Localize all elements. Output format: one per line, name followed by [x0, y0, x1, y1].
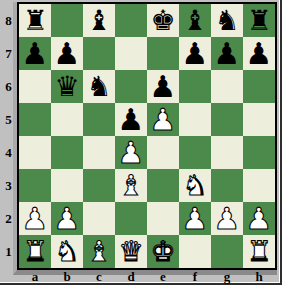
square-e4[interactable] [147, 136, 179, 169]
square-g1[interactable] [211, 235, 243, 268]
file-label-g: g [211, 269, 243, 284]
square-e7[interactable] [147, 37, 179, 70]
white-king[interactable]: ♚ [150, 235, 175, 268]
square-f8[interactable]: ♝ [179, 4, 211, 37]
square-b4[interactable] [51, 136, 83, 169]
white-rook[interactable]: ♜ [22, 235, 47, 268]
white-bishop[interactable]: ♝ [86, 235, 111, 268]
square-b8[interactable] [51, 4, 83, 37]
square-f5[interactable] [179, 103, 211, 136]
square-f7[interactable]: ♟ [179, 37, 211, 70]
square-b1[interactable]: ♞ [51, 235, 83, 268]
square-d7[interactable] [115, 37, 147, 70]
square-g3[interactable] [211, 169, 243, 202]
black-bishop[interactable]: ♝ [86, 4, 111, 37]
square-e3[interactable] [147, 169, 179, 202]
square-h5[interactable] [243, 103, 275, 136]
square-h2[interactable]: ♟ [243, 202, 275, 235]
file-label-b: b [51, 269, 83, 284]
square-b6[interactable]: ♛ [51, 70, 83, 103]
square-a2[interactable]: ♟ [19, 202, 51, 235]
square-c8[interactable]: ♝ [83, 4, 115, 37]
square-b5[interactable] [51, 103, 83, 136]
square-g5[interactable] [211, 103, 243, 136]
file-label-c: c [83, 269, 115, 284]
square-c7[interactable] [83, 37, 115, 70]
square-g4[interactable] [211, 136, 243, 169]
file-labels: a b c d e f g h [19, 269, 275, 284]
file-label-d: d [115, 269, 147, 284]
square-d4[interactable]: ♟ [115, 136, 147, 169]
black-rook[interactable]: ♜ [22, 4, 47, 37]
square-e8[interactable]: ♚ [147, 4, 179, 37]
square-e6[interactable]: ♟ [147, 70, 179, 103]
square-a1[interactable]: ♜ [19, 235, 51, 268]
file-label-e: e [147, 269, 179, 284]
black-pawn[interactable]: ♟ [182, 37, 209, 70]
square-f2[interactable]: ♟ [179, 202, 211, 235]
file-label-f: f [179, 269, 211, 284]
black-knight[interactable]: ♞ [214, 4, 239, 37]
square-d3[interactable]: ♝ [115, 169, 147, 202]
square-c4[interactable] [83, 136, 115, 169]
chess-board[interactable]: ♜♝♚♝♞♜♟♟♟♟♟♛♞♟♟♟♟♝♞♟♟♟♟♟♜♞♝♛♚♜ [17, 2, 277, 270]
square-a5[interactable] [19, 103, 51, 136]
board-frame: ♜♝♚♝♞♜♟♟♟♟♟♛♞♟♟♟♟♝♞♟♟♟♟♟♜♞♝♛♚♜ [13, 2, 277, 275]
black-pawn[interactable]: ♟ [246, 37, 273, 70]
black-king[interactable]: ♚ [150, 4, 175, 37]
square-g6[interactable] [211, 70, 243, 103]
white-knight[interactable]: ♞ [54, 235, 79, 268]
black-bishop[interactable]: ♝ [182, 4, 207, 37]
square-g8[interactable]: ♞ [211, 4, 243, 37]
file-label-a: a [19, 269, 51, 284]
square-b3[interactable] [51, 169, 83, 202]
square-a3[interactable] [19, 169, 51, 202]
square-f3[interactable]: ♞ [179, 169, 211, 202]
white-pawn[interactable]: ♟ [22, 202, 49, 235]
square-a8[interactable]: ♜ [19, 4, 51, 37]
white-queen[interactable]: ♛ [118, 235, 143, 268]
square-h1[interactable]: ♜ [243, 235, 275, 268]
black-pawn[interactable]: ♟ [118, 103, 145, 136]
white-rook[interactable]: ♜ [246, 235, 271, 268]
black-pawn[interactable]: ♟ [54, 37, 81, 70]
white-pawn[interactable]: ♟ [118, 136, 145, 169]
square-f4[interactable] [179, 136, 211, 169]
square-e5[interactable]: ♟ [147, 103, 179, 136]
square-e2[interactable] [147, 202, 179, 235]
white-pawn[interactable]: ♟ [182, 202, 209, 235]
square-h7[interactable]: ♟ [243, 37, 275, 70]
black-rook[interactable]: ♜ [246, 4, 271, 37]
square-f1[interactable] [179, 235, 211, 268]
square-d8[interactable] [115, 4, 147, 37]
square-g7[interactable]: ♟ [211, 37, 243, 70]
black-queen[interactable]: ♛ [54, 70, 79, 103]
square-h4[interactable] [243, 136, 275, 169]
square-a7[interactable]: ♟ [19, 37, 51, 70]
white-pawn[interactable]: ♟ [214, 202, 241, 235]
black-pawn[interactable]: ♟ [150, 70, 177, 103]
square-d6[interactable] [115, 70, 147, 103]
square-h3[interactable] [243, 169, 275, 202]
square-a4[interactable] [19, 136, 51, 169]
square-e1[interactable]: ♚ [147, 235, 179, 268]
square-c3[interactable] [83, 169, 115, 202]
white-pawn[interactable]: ♟ [246, 202, 273, 235]
white-pawn[interactable]: ♟ [150, 103, 177, 136]
black-knight[interactable]: ♞ [86, 70, 111, 103]
square-c1[interactable]: ♝ [83, 235, 115, 268]
square-g2[interactable]: ♟ [211, 202, 243, 235]
square-h8[interactable]: ♜ [243, 4, 275, 37]
square-d5[interactable]: ♟ [115, 103, 147, 136]
square-c2[interactable] [83, 202, 115, 235]
white-bishop[interactable]: ♝ [118, 169, 143, 202]
square-a6[interactable] [19, 70, 51, 103]
black-pawn[interactable]: ♟ [214, 37, 241, 70]
white-knight[interactable]: ♞ [182, 169, 207, 202]
square-h6[interactable] [243, 70, 275, 103]
square-d1[interactable]: ♛ [115, 235, 147, 268]
chess-board-window: 8 7 6 5 4 3 2 1 ♜♝♚♝♞♜♟♟♟♟♟♛♞♟♟♟♟♝♞♟♟♟♟♟… [0, 0, 282, 285]
white-pawn[interactable]: ♟ [54, 202, 81, 235]
square-f6[interactable] [179, 70, 211, 103]
square-d2[interactable] [115, 202, 147, 235]
black-pawn[interactable]: ♟ [22, 37, 49, 70]
square-b2[interactable]: ♟ [51, 202, 83, 235]
square-b7[interactable]: ♟ [51, 37, 83, 70]
square-c5[interactable] [83, 103, 115, 136]
file-label-h: h [243, 269, 275, 284]
square-c6[interactable]: ♞ [83, 70, 115, 103]
